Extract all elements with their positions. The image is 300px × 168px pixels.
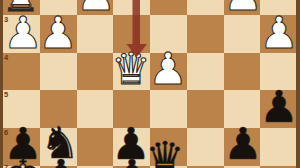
black-king-h7[interactable]: ♚ <box>3 154 42 168</box>
black-pawn-e7[interactable]: ♟ <box>112 154 151 168</box>
square-c4[interactable] <box>187 53 224 91</box>
board-border-right <box>296 0 300 168</box>
square-d2[interactable] <box>150 0 187 15</box>
white-pawn-b2[interactable]: ♟ <box>223 0 262 17</box>
black-pawn-g7[interactable]: ♟ <box>41 154 80 168</box>
square-c6[interactable] <box>187 128 224 166</box>
square-f5[interactable] <box>77 90 114 128</box>
square-f7[interactable] <box>77 166 114 168</box>
square-c2[interactable] <box>187 0 224 15</box>
square-d5[interactable] <box>150 90 187 128</box>
square-f3[interactable] <box>77 15 114 53</box>
square-c5[interactable] <box>187 90 224 128</box>
black-pawn-a5[interactable]: ♟ <box>259 85 298 129</box>
black-pawn-b6[interactable]: ♟ <box>223 122 262 166</box>
square-c3[interactable] <box>187 15 224 53</box>
square-f6[interactable] <box>77 128 114 166</box>
square-h4[interactable] <box>3 53 40 91</box>
square-b4[interactable] <box>224 53 261 91</box>
chess-board-screenshot: 34567♜♟♟♟♟♟♛♟♟♟♞♟♟♛♟♟♚ <box>0 0 300 168</box>
white-queen-e4[interactable]: ♛ <box>111 47 150 91</box>
rank-label-5: 5 <box>4 91 8 99</box>
square-a6[interactable] <box>260 128 297 166</box>
square-e2[interactable] <box>113 0 150 15</box>
square-g4[interactable] <box>40 53 77 91</box>
square-a7[interactable] <box>260 166 297 168</box>
white-pawn-a3[interactable]: ♟ <box>259 11 298 55</box>
white-pawn-h3[interactable]: ♟ <box>3 11 42 55</box>
white-pawn-d4[interactable]: ♟ <box>148 47 187 91</box>
board-border-left <box>0 0 3 168</box>
square-c7[interactable] <box>187 166 224 168</box>
white-pawn-f2[interactable]: ♟ <box>76 0 115 17</box>
square-f4[interactable] <box>77 53 114 91</box>
square-b3[interactable] <box>224 15 261 53</box>
white-pawn-g3[interactable]: ♟ <box>38 11 77 55</box>
